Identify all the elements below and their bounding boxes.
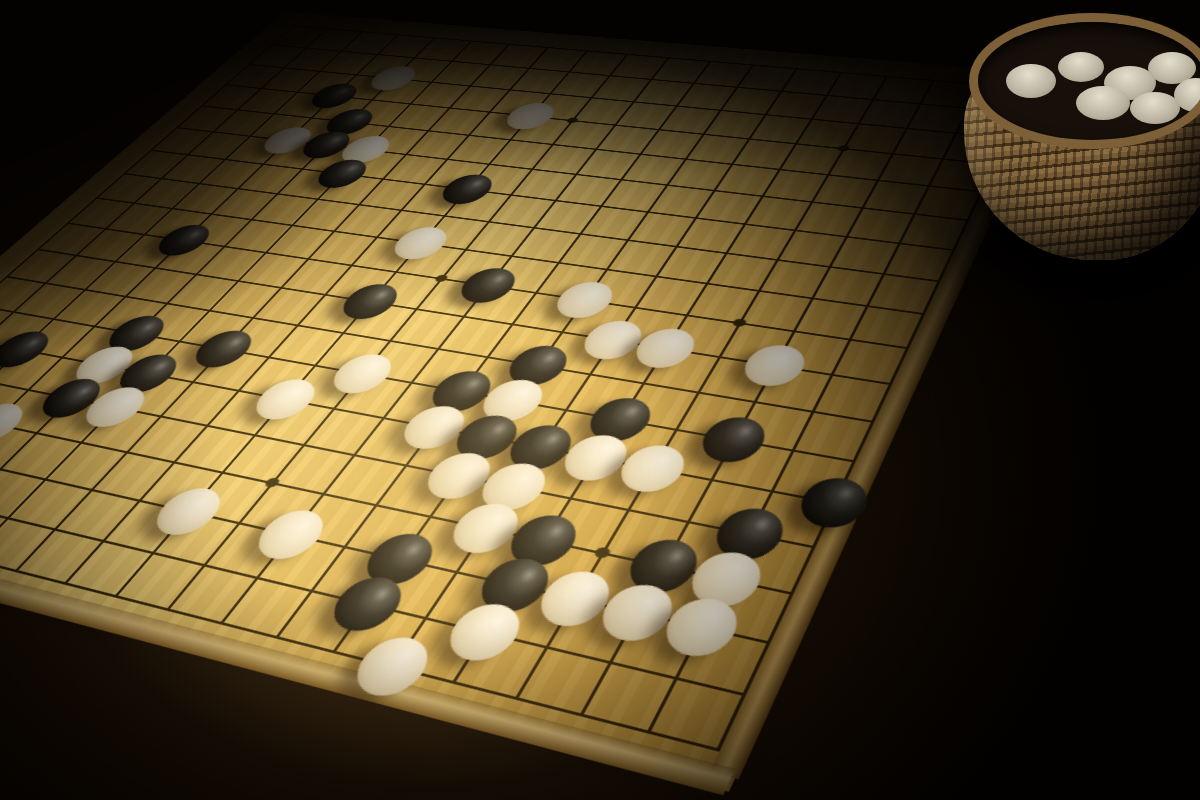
basket-white-stone <box>1130 92 1180 124</box>
stone-basket <box>964 22 1200 260</box>
basket-white-stone <box>1058 52 1104 82</box>
basket-opening <box>978 22 1200 140</box>
basket-white-stone <box>1076 86 1130 120</box>
go-photo-scene <box>0 0 1200 800</box>
basket-white-stone <box>1006 64 1056 98</box>
